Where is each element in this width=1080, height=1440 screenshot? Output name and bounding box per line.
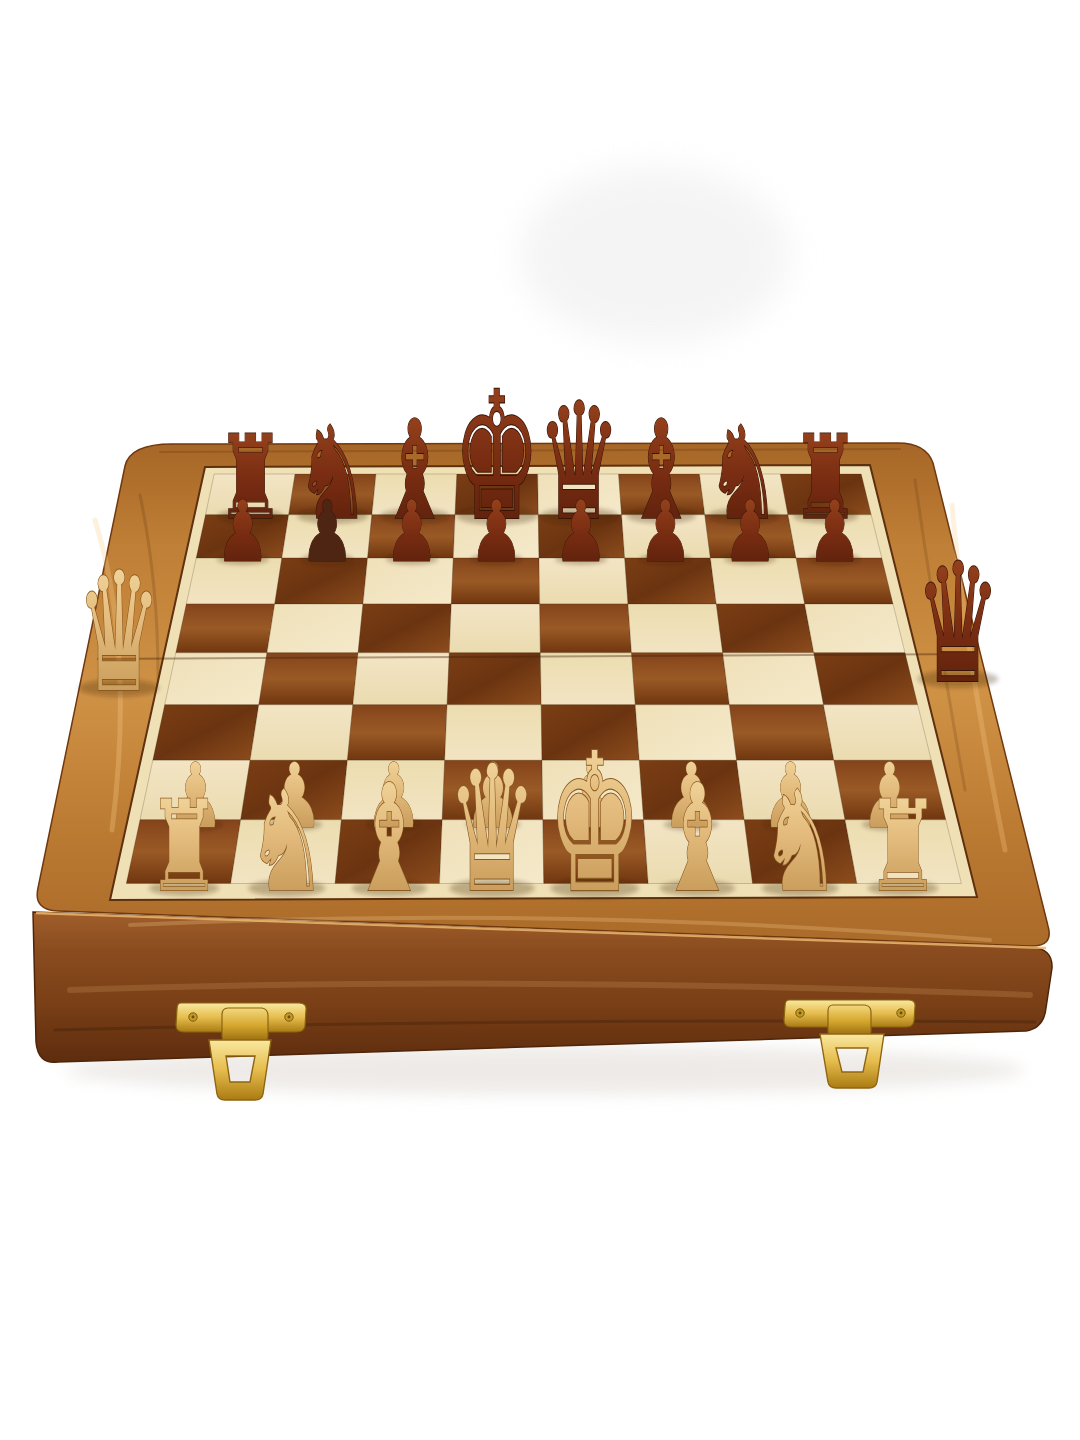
piece-light-bishop-c1: ♝ xyxy=(349,752,429,925)
square-c4 xyxy=(353,653,449,705)
piece-dark-pawn-b7: ♟ xyxy=(300,483,355,580)
square-b4 xyxy=(259,653,358,705)
piece-light-queen-d1: ♛ xyxy=(447,729,538,932)
piece-dark-pawn-a7: ♟ xyxy=(215,483,270,580)
right-latch-screw-hole-1 xyxy=(900,1012,903,1015)
right-latch-hinge-knuckle xyxy=(828,1005,871,1037)
square-h5 xyxy=(805,604,905,653)
piece-light-rook-a1: ♜ xyxy=(147,774,222,920)
square-e4 xyxy=(540,653,635,705)
square-d5 xyxy=(449,604,540,653)
square-g4 xyxy=(723,653,824,705)
square-a4 xyxy=(165,653,267,705)
piece-dark-pawn-e7: ♟ xyxy=(554,483,609,580)
square-e5 xyxy=(540,604,632,653)
spare-dark-queen: ♛ xyxy=(915,528,1001,720)
piece-dark-pawn-c7: ♟ xyxy=(384,483,439,580)
square-c5 xyxy=(358,604,451,653)
piece-dark-pawn-d7: ♟ xyxy=(469,483,524,580)
square-g5 xyxy=(716,604,814,653)
piece-light-rook-h1: ♜ xyxy=(866,774,941,920)
left-latch-screw-hole-1 xyxy=(288,1016,291,1019)
piece-dark-pawn-f7: ♟ xyxy=(638,483,693,580)
left-latch-screw-hole-0 xyxy=(192,1016,195,1019)
square-h4 xyxy=(814,653,918,705)
piece-dark-pawn-g7: ♟ xyxy=(723,483,778,580)
square-d4 xyxy=(447,653,541,705)
square-a5 xyxy=(176,604,275,653)
backdrop-shadow xyxy=(520,167,790,343)
chessboard-scene: ♜♞♝♚♛♝♞♜♟♟♟♟♟♟♟♟♟♟♟♟♟♟♟♟♜♞♝♛♚♝♞♜♛♛ xyxy=(0,0,1080,1440)
left-latch-hinge-knuckle xyxy=(222,1008,268,1043)
square-f4 xyxy=(632,653,730,705)
square-b5 xyxy=(267,604,363,653)
right-latch-screw-hole-0 xyxy=(799,1012,802,1015)
piece-light-knight-g1: ♞ xyxy=(759,761,841,923)
piece-light-bishop-f1: ♝ xyxy=(657,752,737,925)
product-photo: Folding wooden chess board (golden shees… xyxy=(0,0,1080,1440)
square-f5 xyxy=(628,604,723,653)
spare-white-queen: ♛ xyxy=(76,537,162,729)
piece-light-king-e1: ♚ xyxy=(548,712,642,935)
piece-light-knight-b1: ♞ xyxy=(246,761,328,923)
piece-dark-pawn-h7: ♟ xyxy=(807,483,862,580)
